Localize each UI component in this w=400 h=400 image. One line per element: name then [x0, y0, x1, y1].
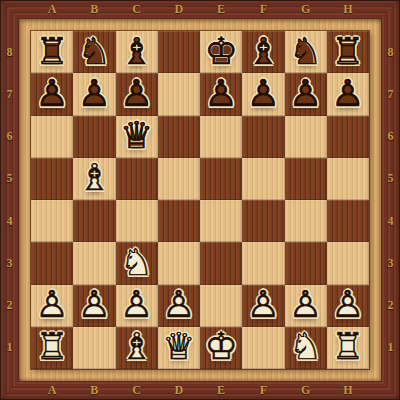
square-e5[interactable]	[200, 158, 242, 200]
square-d7[interactable]	[158, 73, 200, 115]
file-label-top-b: B	[73, 0, 115, 19]
rank-label-right-8: 8	[381, 31, 400, 73]
piece-glyph-outline: ♘	[285, 30, 327, 72]
piece-white-pawn-a2[interactable]: ♟♙	[31, 285, 73, 327]
piece-glyph-fill: ♝	[116, 30, 158, 72]
file-label-bottom-f: F	[242, 381, 284, 400]
piece-black-bishop-f8[interactable]: ♝♗	[242, 31, 284, 73]
board-grid: ♜♖♞♘♝♗♚♔♝♗♞♘♜♖♟♙♟♙♟♙♟♙♟♙♟♙♟♙♛♕♝♗♞♘♟♙♟♙♟♙…	[31, 31, 369, 369]
square-b5[interactable]: ♝♗	[73, 158, 115, 200]
file-label-bottom-c: C	[116, 381, 158, 400]
square-g8[interactable]: ♞♘	[285, 31, 327, 73]
rank-label-right-2: 2	[381, 285, 400, 327]
piece-glyph-outline: ♗	[116, 326, 158, 368]
file-label-bottom-a: A	[31, 381, 73, 400]
rank-label-left-6: 6	[0, 116, 19, 158]
square-a7[interactable]: ♟♙	[31, 73, 73, 115]
square-d3[interactable]	[158, 242, 200, 284]
piece-glyph-fill: ♜	[31, 326, 73, 368]
piece-glyph-outline: ♕	[158, 326, 200, 368]
piece-glyph-fill: ♞	[73, 30, 115, 72]
rank-label-left-2: 2	[0, 285, 19, 327]
square-a2[interactable]: ♟♙	[31, 285, 73, 327]
piece-glyph-fill: ♟	[242, 72, 284, 114]
square-d5[interactable]	[158, 158, 200, 200]
piece-glyph-fill: ♟	[31, 72, 73, 114]
piece-glyph-fill: ♟	[285, 72, 327, 114]
file-label-top-a: A	[31, 0, 73, 19]
square-f5[interactable]	[242, 158, 284, 200]
piece-black-pawn-e7[interactable]: ♟♙	[200, 73, 242, 115]
piece-glyph-fill: ♟	[242, 284, 284, 326]
square-d2[interactable]: ♟♙	[158, 285, 200, 327]
piece-glyph-fill: ♟	[200, 72, 242, 114]
square-h7[interactable]: ♟♙	[327, 73, 369, 115]
piece-glyph-outline: ♙	[285, 72, 327, 114]
piece-glyph-fill: ♟	[327, 72, 369, 114]
file-label-top-e: E	[200, 0, 242, 19]
piece-glyph-fill: ♛	[116, 115, 158, 157]
piece-black-rook-h8[interactable]: ♜♖	[327, 31, 369, 73]
square-g2[interactable]: ♟♙	[285, 285, 327, 327]
piece-glyph-fill: ♞	[285, 326, 327, 368]
square-c6[interactable]: ♛♕	[116, 116, 158, 158]
square-f8[interactable]: ♝♗	[242, 31, 284, 73]
file-label-bottom-h: H	[327, 381, 369, 400]
piece-glyph-outline: ♙	[285, 284, 327, 326]
file-label-top-h: H	[327, 0, 369, 19]
square-a5[interactable]	[31, 158, 73, 200]
square-c4[interactable]	[116, 200, 158, 242]
piece-white-queen-d1[interactable]: ♛♕	[158, 327, 200, 369]
piece-glyph-outline: ♗	[242, 30, 284, 72]
square-e2[interactable]	[200, 285, 242, 327]
piece-white-rook-h1[interactable]: ♜♖	[327, 327, 369, 369]
square-e6[interactable]	[200, 116, 242, 158]
piece-glyph-fill: ♟	[327, 284, 369, 326]
piece-white-bishop-b5[interactable]: ♝♗	[73, 158, 115, 200]
square-f2[interactable]: ♟♙	[242, 285, 284, 327]
piece-glyph-outline: ♕	[116, 115, 158, 157]
file-label-bottom-d: D	[158, 381, 200, 400]
piece-glyph-fill: ♜	[31, 30, 73, 72]
piece-black-knight-g8[interactable]: ♞♘	[285, 31, 327, 73]
piece-glyph-fill: ♟	[73, 284, 115, 326]
square-e1[interactable]: ♚♔	[200, 327, 242, 369]
file-label-top-g: G	[285, 0, 327, 19]
rank-label-right-1: 1	[381, 327, 400, 369]
piece-glyph-outline: ♙	[327, 72, 369, 114]
square-b1[interactable]	[73, 327, 115, 369]
rank-label-right-7: 7	[381, 73, 400, 115]
piece-glyph-fill: ♟	[285, 284, 327, 326]
piece-glyph-fill: ♜	[327, 30, 369, 72]
piece-black-pawn-f7[interactable]: ♟♙	[242, 73, 284, 115]
square-b2[interactable]: ♟♙	[73, 285, 115, 327]
piece-glyph-fill: ♞	[116, 241, 158, 283]
piece-glyph-outline: ♘	[73, 30, 115, 72]
file-label-top-f: F	[242, 0, 284, 19]
piece-glyph-outline: ♙	[242, 72, 284, 114]
rank-label-left-7: 7	[0, 73, 19, 115]
piece-glyph-outline: ♖	[31, 30, 73, 72]
square-g3[interactable]	[285, 242, 327, 284]
file-label-bottom-e: E	[200, 381, 242, 400]
piece-glyph-fill: ♟	[31, 284, 73, 326]
square-f4[interactable]	[242, 200, 284, 242]
square-d8[interactable]	[158, 31, 200, 73]
square-e8[interactable]: ♚♔	[200, 31, 242, 73]
piece-glyph-fill: ♟	[73, 72, 115, 114]
piece-glyph-fill: ♞	[285, 30, 327, 72]
square-g4[interactable]	[285, 200, 327, 242]
piece-glyph-fill: ♟	[116, 284, 158, 326]
piece-glyph-fill: ♚	[200, 326, 242, 368]
square-d6[interactable]	[158, 116, 200, 158]
square-b7[interactable]: ♟♙	[73, 73, 115, 115]
square-g7[interactable]: ♟♙	[285, 73, 327, 115]
piece-black-pawn-g7[interactable]: ♟♙	[285, 73, 327, 115]
piece-glyph-outline: ♙	[242, 284, 284, 326]
piece-glyph-outline: ♙	[31, 72, 73, 114]
square-f7[interactable]: ♟♙	[242, 73, 284, 115]
piece-glyph-outline: ♖	[31, 326, 73, 368]
piece-white-pawn-d2[interactable]: ♟♙	[158, 285, 200, 327]
square-d4[interactable]	[158, 200, 200, 242]
rank-label-right-4: 4	[381, 200, 400, 242]
square-a4[interactable]	[31, 200, 73, 242]
square-b6[interactable]	[73, 116, 115, 158]
piece-white-pawn-c2[interactable]: ♟♙	[116, 285, 158, 327]
square-g1[interactable]: ♞♘	[285, 327, 327, 369]
piece-glyph-outline: ♖	[327, 326, 369, 368]
piece-white-king-e1[interactable]: ♚♔	[200, 327, 242, 369]
piece-glyph-outline: ♙	[116, 284, 158, 326]
square-f3[interactable]	[242, 242, 284, 284]
square-h5[interactable]	[327, 158, 369, 200]
square-d1[interactable]: ♛♕	[158, 327, 200, 369]
piece-glyph-outline: ♙	[200, 72, 242, 114]
square-h2[interactable]: ♟♙	[327, 285, 369, 327]
piece-black-bishop-c8[interactable]: ♝♗	[116, 31, 158, 73]
rank-labels-left: 87654321	[0, 31, 19, 369]
piece-black-pawn-c7[interactable]: ♟♙	[116, 73, 158, 115]
square-h8[interactable]: ♜♖	[327, 31, 369, 73]
rank-label-right-6: 6	[381, 116, 400, 158]
square-e7[interactable]: ♟♙	[200, 73, 242, 115]
square-c2[interactable]: ♟♙	[116, 285, 158, 327]
file-label-top-d: D	[158, 0, 200, 19]
piece-glyph-fill: ♝	[242, 30, 284, 72]
square-e3[interactable]	[200, 242, 242, 284]
piece-white-bishop-c1[interactable]: ♝♗	[116, 327, 158, 369]
square-e4[interactable]	[200, 200, 242, 242]
piece-glyph-fill: ♛	[158, 326, 200, 368]
square-h6[interactable]	[327, 116, 369, 158]
piece-black-rook-a8[interactable]: ♜♖	[31, 31, 73, 73]
file-labels-top: ABCDEFGH	[31, 0, 369, 19]
square-h1[interactable]: ♜♖	[327, 327, 369, 369]
file-label-bottom-b: B	[73, 381, 115, 400]
square-c5[interactable]	[116, 158, 158, 200]
rank-label-right-5: 5	[381, 158, 400, 200]
piece-glyph-outline: ♙	[327, 284, 369, 326]
file-label-bottom-g: G	[285, 381, 327, 400]
piece-glyph-outline: ♙	[73, 284, 115, 326]
piece-glyph-outline: ♗	[116, 30, 158, 72]
piece-glyph-fill: ♝	[116, 326, 158, 368]
square-f6[interactable]	[242, 116, 284, 158]
piece-black-queen-c6[interactable]: ♛♕	[116, 116, 158, 158]
piece-glyph-fill: ♚	[200, 30, 242, 72]
piece-white-rook-a1[interactable]: ♜♖	[31, 327, 73, 369]
rank-label-left-8: 8	[0, 31, 19, 73]
square-c7[interactable]: ♟♙	[116, 73, 158, 115]
piece-glyph-outline: ♙	[158, 284, 200, 326]
piece-glyph-outline: ♔	[200, 326, 242, 368]
piece-glyph-outline: ♖	[327, 30, 369, 72]
piece-white-knight-c3[interactable]: ♞♘	[116, 242, 158, 284]
square-a3[interactable]	[31, 242, 73, 284]
piece-glyph-fill: ♟	[158, 284, 200, 326]
square-h3[interactable]	[327, 242, 369, 284]
rank-label-left-5: 5	[0, 158, 19, 200]
piece-white-pawn-g2[interactable]: ♟♙	[285, 285, 327, 327]
piece-glyph-fill: ♜	[327, 326, 369, 368]
piece-white-pawn-f2[interactable]: ♟♙	[242, 285, 284, 327]
piece-glyph-outline: ♘	[285, 326, 327, 368]
square-c1[interactable]: ♝♗	[116, 327, 158, 369]
square-b3[interactable]	[73, 242, 115, 284]
square-a6[interactable]	[31, 116, 73, 158]
square-a8[interactable]: ♜♖	[31, 31, 73, 73]
piece-white-pawn-b2[interactable]: ♟♙	[73, 285, 115, 327]
piece-glyph-outline: ♗	[73, 157, 115, 199]
square-a1[interactable]: ♜♖	[31, 327, 73, 369]
piece-white-knight-g1[interactable]: ♞♘	[285, 327, 327, 369]
square-c3[interactable]: ♞♘	[116, 242, 158, 284]
piece-black-pawn-h7[interactable]: ♟♙	[327, 73, 369, 115]
file-labels-bottom: ABCDEFGH	[31, 381, 369, 400]
square-h4[interactable]	[327, 200, 369, 242]
piece-white-pawn-h2[interactable]: ♟♙	[327, 285, 369, 327]
piece-black-pawn-a7[interactable]: ♟♙	[31, 73, 73, 115]
square-g5[interactable]	[285, 158, 327, 200]
piece-glyph-fill: ♟	[116, 72, 158, 114]
chessboard: ABCDEFGH ABCDEFGH 87654321 87654321 ♜♖♞♘…	[0, 0, 400, 400]
rank-label-left-1: 1	[0, 327, 19, 369]
piece-glyph-outline: ♘	[116, 241, 158, 283]
piece-black-king-e8[interactable]: ♚♔	[200, 31, 242, 73]
piece-black-knight-b8[interactable]: ♞♘	[73, 31, 115, 73]
piece-glyph-outline: ♙	[31, 284, 73, 326]
rank-labels-right: 87654321	[381, 31, 400, 369]
rank-label-left-3: 3	[0, 242, 19, 284]
piece-black-pawn-b7[interactable]: ♟♙	[73, 73, 115, 115]
file-label-top-c: C	[116, 0, 158, 19]
square-b4[interactable]	[73, 200, 115, 242]
rank-label-left-4: 4	[0, 200, 19, 242]
square-g6[interactable]	[285, 116, 327, 158]
square-c8[interactable]: ♝♗	[116, 31, 158, 73]
piece-glyph-fill: ♝	[73, 157, 115, 199]
piece-glyph-outline: ♔	[200, 30, 242, 72]
piece-glyph-outline: ♙	[116, 72, 158, 114]
square-f1[interactable]	[242, 327, 284, 369]
square-b8[interactable]: ♞♘	[73, 31, 115, 73]
rank-label-right-3: 3	[381, 242, 400, 284]
piece-glyph-outline: ♙	[73, 72, 115, 114]
